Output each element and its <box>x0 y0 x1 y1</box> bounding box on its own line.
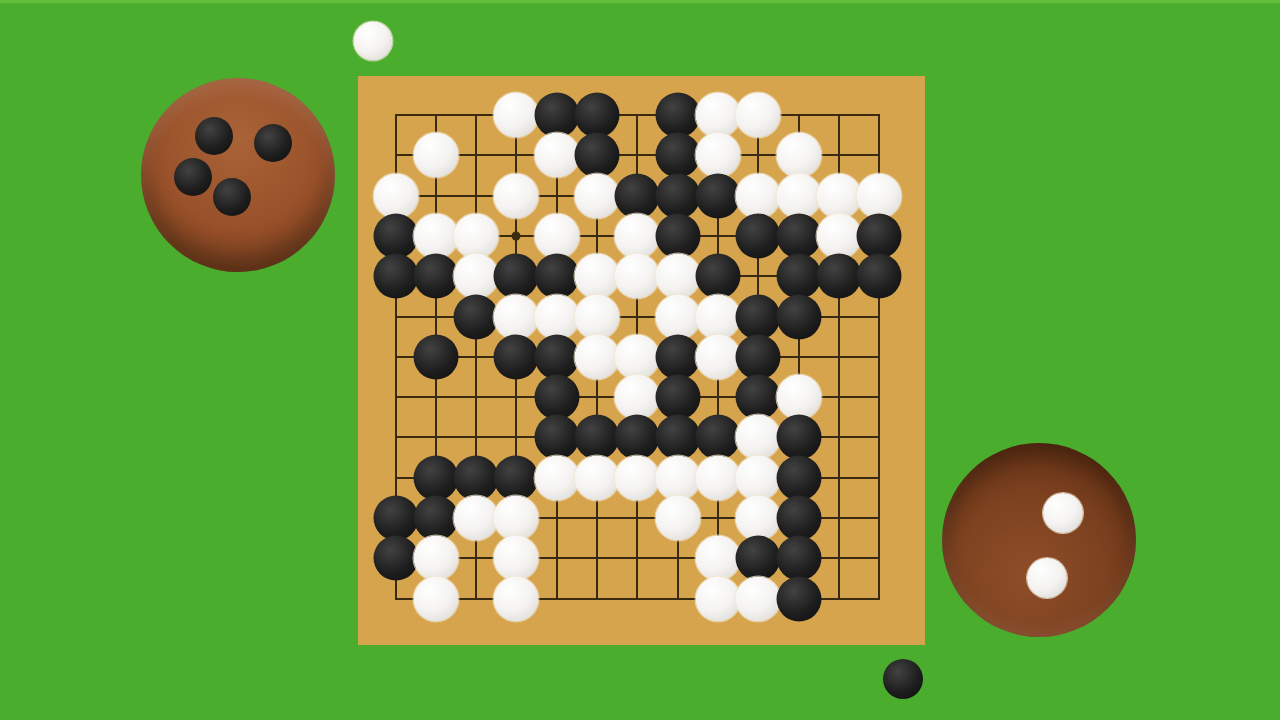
white-stone <box>776 375 821 420</box>
white-stone <box>655 254 700 299</box>
white-stone <box>575 294 620 339</box>
white-stone <box>413 213 458 258</box>
white-stone <box>776 173 821 218</box>
loose-white-stone <box>354 22 393 61</box>
black-stone <box>575 415 620 460</box>
star-point <box>512 231 521 240</box>
bowl-black-stone <box>254 124 292 162</box>
bowl-black-stone <box>213 178 251 216</box>
white-stone <box>857 173 902 218</box>
black-stone <box>534 93 579 138</box>
black-stone <box>655 133 700 178</box>
white-stone <box>695 294 740 339</box>
white-stone <box>816 173 861 218</box>
white-stone <box>494 536 539 581</box>
white-stones-bowl <box>942 443 1136 637</box>
loose-black-stone <box>883 659 923 699</box>
black-stone <box>816 254 861 299</box>
white-stone <box>413 133 458 178</box>
white-stone <box>494 294 539 339</box>
black-stone <box>776 536 821 581</box>
black-stone <box>695 173 740 218</box>
black-stone <box>736 294 781 339</box>
white-stone <box>736 455 781 500</box>
white-stone <box>454 496 499 541</box>
black-stone <box>776 455 821 500</box>
white-stone <box>736 496 781 541</box>
black-stone <box>454 455 499 500</box>
go-board[interactable] <box>358 76 925 645</box>
white-stone <box>413 576 458 621</box>
bowl-black-stone <box>174 158 212 196</box>
bowl-black-stone <box>195 117 233 155</box>
black-stone <box>534 375 579 420</box>
white-stone <box>494 93 539 138</box>
black-stone <box>413 455 458 500</box>
white-stone <box>655 455 700 500</box>
white-stone <box>575 254 620 299</box>
white-stone <box>494 496 539 541</box>
black-stone <box>373 536 418 581</box>
black-stone <box>776 496 821 541</box>
black-stone <box>454 294 499 339</box>
white-stone <box>736 93 781 138</box>
white-stone <box>695 133 740 178</box>
black-stone <box>776 213 821 258</box>
black-stone <box>494 455 539 500</box>
black-stone <box>776 576 821 621</box>
white-stone <box>534 213 579 258</box>
black-stone <box>413 334 458 379</box>
black-stone <box>736 213 781 258</box>
white-stone <box>695 455 740 500</box>
black-stone <box>857 213 902 258</box>
white-stone <box>494 173 539 218</box>
black-stone <box>857 254 902 299</box>
white-stone <box>454 254 499 299</box>
white-stone <box>534 133 579 178</box>
bowl-white-stone <box>1027 558 1067 598</box>
black-stones-bowl <box>141 78 335 272</box>
black-stone <box>373 496 418 541</box>
black-stone <box>534 415 579 460</box>
white-stone <box>615 334 660 379</box>
go-scene <box>0 0 1280 720</box>
black-stone <box>494 254 539 299</box>
black-stone <box>655 93 700 138</box>
white-stone <box>695 93 740 138</box>
white-stone <box>736 576 781 621</box>
black-stone <box>413 496 458 541</box>
white-stone <box>373 173 418 218</box>
white-stone <box>494 576 539 621</box>
black-stone <box>695 254 740 299</box>
white-stone <box>575 173 620 218</box>
white-stone <box>736 415 781 460</box>
white-stone <box>615 213 660 258</box>
white-stone <box>615 455 660 500</box>
white-stone <box>575 334 620 379</box>
black-stone <box>695 415 740 460</box>
black-stone <box>534 254 579 299</box>
black-stone <box>776 254 821 299</box>
white-stone <box>695 576 740 621</box>
white-stone <box>655 496 700 541</box>
white-stone <box>454 213 499 258</box>
white-stone <box>776 133 821 178</box>
black-stone <box>373 213 418 258</box>
black-stone <box>655 334 700 379</box>
black-stone <box>776 294 821 339</box>
white-stone <box>816 213 861 258</box>
white-stone <box>655 294 700 339</box>
black-stone <box>534 334 579 379</box>
black-stone <box>776 415 821 460</box>
white-stone <box>534 455 579 500</box>
black-stone <box>373 254 418 299</box>
black-stone <box>655 415 700 460</box>
white-stone <box>695 536 740 581</box>
black-stone <box>736 375 781 420</box>
black-stone <box>736 536 781 581</box>
black-stone <box>615 173 660 218</box>
black-stone <box>736 334 781 379</box>
white-stone <box>413 536 458 581</box>
white-stone <box>615 254 660 299</box>
top-edge-highlight <box>0 0 1280 3</box>
bowl-white-stone <box>1043 493 1083 533</box>
white-stone <box>534 294 579 339</box>
black-stone <box>575 93 620 138</box>
black-stone <box>655 173 700 218</box>
black-stone <box>575 133 620 178</box>
white-stone <box>615 375 660 420</box>
white-stone <box>695 334 740 379</box>
black-stone <box>615 415 660 460</box>
black-stone <box>655 375 700 420</box>
black-stone <box>655 213 700 258</box>
black-stone <box>413 254 458 299</box>
white-stone <box>575 455 620 500</box>
black-stone <box>494 334 539 379</box>
white-stone <box>736 173 781 218</box>
